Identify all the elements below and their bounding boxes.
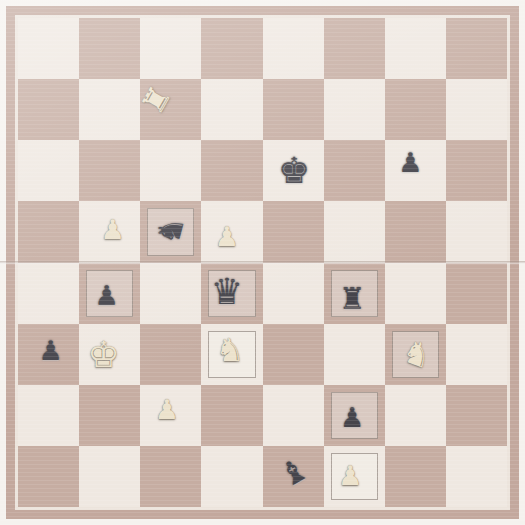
square-b2[interactable] — [79, 385, 140, 446]
square-a5[interactable] — [18, 201, 79, 262]
piece-black-bishop-e1[interactable]: ♝ — [274, 452, 314, 493]
piece-black-pawn-a3[interactable]: ♟ — [38, 337, 62, 364]
square-e2[interactable] — [263, 385, 324, 446]
square-b7[interactable] — [79, 79, 140, 140]
square-d1[interactable] — [201, 446, 262, 507]
square-c1[interactable] — [140, 446, 201, 507]
square-c6[interactable] — [140, 140, 201, 201]
square-f5[interactable] — [324, 201, 385, 262]
square-b1[interactable] — [79, 446, 140, 507]
piece-black-pawn-g6[interactable]: ♟ — [398, 149, 422, 176]
square-g1[interactable] — [385, 446, 446, 507]
square-h2[interactable] — [446, 385, 507, 446]
square-b8[interactable] — [79, 18, 140, 79]
square-c3[interactable] — [140, 324, 201, 385]
square-h4[interactable] — [446, 263, 507, 324]
square-g3[interactable]: ♞ — [385, 324, 446, 385]
square-h1[interactable] — [446, 446, 507, 507]
square-h6[interactable] — [446, 140, 507, 201]
square-d8[interactable] — [201, 18, 262, 79]
piece-white-knight-d3[interactable]: ♞ — [216, 334, 245, 366]
piece-white-pawn-f1[interactable]: ♟ — [338, 462, 362, 489]
square-c5[interactable]: ♞ — [140, 201, 201, 262]
piece-white-knight-g3[interactable]: ♞ — [398, 334, 436, 374]
board-grid: ♜♚♟♟♞♟♟♛♜♟♚♞♞♟♟♝♟ — [18, 18, 507, 507]
square-c4[interactable] — [140, 263, 201, 324]
square-d3[interactable]: ♞ — [201, 324, 262, 385]
piece-white-pawn-c2[interactable]: ♟ — [155, 396, 179, 423]
chessboard-photo: ♜♚♟♟♞♟♟♛♜♟♚♞♞♟♟♝♟ — [0, 0, 525, 525]
square-e7[interactable] — [263, 79, 324, 140]
square-c8[interactable] — [140, 18, 201, 79]
square-b5[interactable]: ♟ — [79, 201, 140, 262]
square-a1[interactable] — [18, 446, 79, 507]
square-e3[interactable] — [263, 324, 324, 385]
square-d7[interactable] — [201, 79, 262, 140]
square-g7[interactable] — [385, 79, 446, 140]
square-h5[interactable] — [446, 201, 507, 262]
piece-black-queen-d4[interactable]: ♛ — [211, 274, 243, 310]
square-h3[interactable] — [446, 324, 507, 385]
square-e6[interactable]: ♚ — [263, 140, 324, 201]
square-a4[interactable] — [18, 263, 79, 324]
square-a6[interactable] — [18, 140, 79, 201]
square-g6[interactable]: ♟ — [385, 140, 446, 201]
square-d2[interactable] — [201, 385, 262, 446]
square-f4[interactable]: ♜ — [324, 263, 385, 324]
square-h8[interactable] — [446, 18, 507, 79]
square-f6[interactable] — [324, 140, 385, 201]
square-b3[interactable]: ♚ — [79, 324, 140, 385]
square-g2[interactable] — [385, 385, 446, 446]
square-d5[interactable]: ♟ — [201, 201, 262, 262]
square-e5[interactable] — [263, 201, 324, 262]
square-d6[interactable] — [201, 140, 262, 201]
square-a8[interactable] — [18, 18, 79, 79]
square-c7[interactable]: ♜ — [140, 79, 201, 140]
square-e1[interactable]: ♝ — [263, 446, 324, 507]
square-b6[interactable] — [79, 140, 140, 201]
piece-white-rook-c7[interactable]: ♜ — [137, 81, 176, 119]
square-h7[interactable] — [446, 79, 507, 140]
square-f7[interactable] — [324, 79, 385, 140]
piece-black-pawn-f2[interactable]: ♟ — [340, 404, 364, 431]
square-f8[interactable] — [324, 18, 385, 79]
piece-black-king-e6[interactable]: ♚ — [278, 153, 310, 189]
piece-black-knight-c5[interactable]: ♞ — [152, 212, 190, 248]
square-a3[interactable]: ♟ — [18, 324, 79, 385]
square-a2[interactable] — [18, 385, 79, 446]
square-d4[interactable]: ♛ — [201, 263, 262, 324]
square-f2[interactable]: ♟ — [324, 385, 385, 446]
piece-black-rook-f4[interactable]: ♜ — [339, 284, 366, 314]
piece-white-king-b3[interactable]: ♚ — [88, 337, 120, 373]
piece-white-pawn-d5[interactable]: ♟ — [215, 223, 239, 250]
square-e8[interactable] — [263, 18, 324, 79]
square-g4[interactable] — [385, 263, 446, 324]
square-e4[interactable] — [263, 263, 324, 324]
square-g5[interactable] — [385, 201, 446, 262]
piece-white-pawn-b5[interactable]: ♟ — [101, 216, 125, 243]
square-g8[interactable] — [385, 18, 446, 79]
square-c2[interactable]: ♟ — [140, 385, 201, 446]
piece-black-pawn-b4[interactable]: ♟ — [95, 282, 119, 309]
square-f3[interactable] — [324, 324, 385, 385]
square-b4[interactable]: ♟ — [79, 263, 140, 324]
square-f1[interactable]: ♟ — [324, 446, 385, 507]
square-a7[interactable] — [18, 79, 79, 140]
